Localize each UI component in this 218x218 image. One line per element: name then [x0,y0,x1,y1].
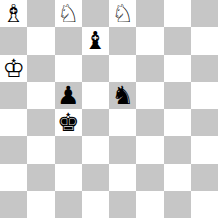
piece-black-pawn: ♟ [57,83,79,108]
square-c4[interactable]: ♚ [55,109,82,136]
square-g8[interactable] [164,0,191,27]
square-g3[interactable] [164,136,191,163]
square-b6[interactable] [27,55,54,82]
square-f7[interactable] [136,27,163,54]
square-g1[interactable] [164,191,191,218]
square-b5[interactable] [27,82,54,109]
square-d7[interactable]: ♝ [82,27,109,54]
square-h8[interactable] [191,0,218,27]
square-a3[interactable] [0,136,27,163]
square-f3[interactable] [136,136,163,163]
square-d5[interactable] [82,82,109,109]
square-c7[interactable] [55,27,82,54]
piece-white-bishop: ♗ [2,1,24,26]
square-c8[interactable]: ♘ [55,0,82,27]
square-a5[interactable] [0,82,27,109]
square-d2[interactable] [82,164,109,191]
square-f4[interactable] [136,109,163,136]
square-f8[interactable] [136,0,163,27]
square-g4[interactable] [164,109,191,136]
square-h1[interactable] [191,191,218,218]
square-g6[interactable] [164,55,191,82]
piece-white-king: ♔ [2,56,24,81]
square-e6[interactable] [109,55,136,82]
square-d8[interactable] [82,0,109,27]
square-h5[interactable] [191,82,218,109]
chess-board: ♗♘♘♝♔♟♞♚ [0,0,218,218]
square-e2[interactable] [109,164,136,191]
square-b3[interactable] [27,136,54,163]
square-h2[interactable] [191,164,218,191]
square-b1[interactable] [27,191,54,218]
square-e5[interactable]: ♞ [109,82,136,109]
square-c6[interactable] [55,55,82,82]
square-a4[interactable] [0,109,27,136]
square-h3[interactable] [191,136,218,163]
square-a7[interactable] [0,27,27,54]
square-c3[interactable] [55,136,82,163]
square-e3[interactable] [109,136,136,163]
square-f6[interactable] [136,55,163,82]
square-d4[interactable] [82,109,109,136]
square-c2[interactable] [55,164,82,191]
square-g7[interactable] [164,27,191,54]
piece-black-knight: ♞ [111,83,133,108]
square-a1[interactable] [0,191,27,218]
square-g5[interactable] [164,82,191,109]
square-e7[interactable] [109,27,136,54]
square-h7[interactable] [191,27,218,54]
square-f2[interactable] [136,164,163,191]
square-f5[interactable] [136,82,163,109]
square-d6[interactable] [82,55,109,82]
square-g2[interactable] [164,164,191,191]
square-b4[interactable] [27,109,54,136]
square-d1[interactable] [82,191,109,218]
square-a2[interactable] [0,164,27,191]
square-a6[interactable]: ♔ [0,55,27,82]
square-e8[interactable]: ♘ [109,0,136,27]
square-f1[interactable] [136,191,163,218]
square-h6[interactable] [191,55,218,82]
piece-white-knight: ♘ [111,1,133,26]
square-a8[interactable]: ♗ [0,0,27,27]
square-d3[interactable] [82,136,109,163]
square-e1[interactable] [109,191,136,218]
square-c5[interactable]: ♟ [55,82,82,109]
square-b7[interactable] [27,27,54,54]
square-c1[interactable] [55,191,82,218]
square-b8[interactable] [27,0,54,27]
square-e4[interactable] [109,109,136,136]
piece-white-knight: ♘ [57,1,79,26]
square-b2[interactable] [27,164,54,191]
piece-black-king: ♚ [57,110,79,135]
piece-black-bishop: ♝ [84,28,106,53]
square-h4[interactable] [191,109,218,136]
